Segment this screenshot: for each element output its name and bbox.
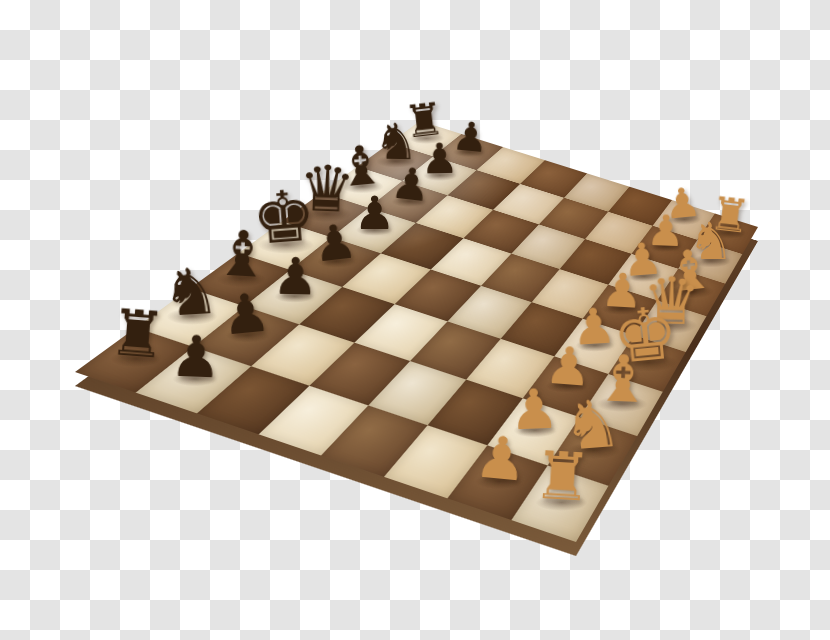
transparent-background: ♜♞♝♛♚♝♞♜♟♟♟♟♟♟♟♟♟♟♟♟♟♟♟♟♜♞♝♛♚♝♞♜ (0, 0, 830, 640)
chess-board (75, 121, 758, 542)
